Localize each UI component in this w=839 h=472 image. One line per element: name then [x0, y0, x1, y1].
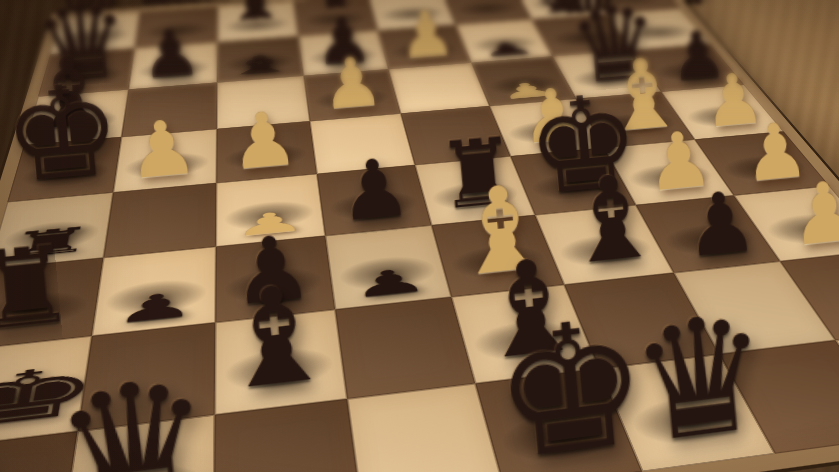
square-b6 — [122, 83, 218, 137]
square-c5: ♟ — [216, 121, 317, 183]
square-d6: ♟ — [304, 69, 401, 121]
square-e2: ♝ — [451, 285, 599, 384]
square-e1: ♚ — [475, 369, 642, 472]
square-b5: ♟ — [113, 129, 217, 192]
square-c6 — [217, 76, 310, 129]
light-pawn-h3: ♟ — [770, 166, 839, 259]
square-h3: ♟ — [734, 186, 839, 261]
square-c3: ♟ — [215, 236, 335, 323]
square-c1 — [214, 399, 362, 472]
dark-pawn-a1: ♟ — [0, 432, 62, 472]
light-pawn-c4: ♟ — [216, 204, 325, 243]
dark-pawn-d3: ♟ — [330, 260, 450, 305]
square-h6: ♟ — [632, 44, 744, 92]
square-c4: ♟ — [216, 174, 325, 247]
square-d4: ♟ — [317, 165, 432, 236]
square-b2 — [78, 323, 216, 432]
square-f5: ♟ — [490, 99, 604, 157]
dark-pawn-c3: ♟ — [208, 219, 335, 320]
dark-pawn-b3: ♟ — [93, 284, 216, 332]
square-d2 — [335, 297, 475, 399]
square-c7: ♝ — [217, 36, 304, 82]
dark-bishop-c7: ♝ — [217, 50, 303, 80]
square-d5 — [310, 114, 415, 174]
dark-king-b8: ♚ — [126, 0, 217, 49]
square-d7: ♟ — [298, 30, 388, 75]
dark-king-a2: ♚ — [0, 356, 89, 442]
light-pawn-f6: ♟ — [480, 77, 575, 103]
square-d3: ♟ — [325, 225, 451, 309]
dark-rook-g8: ♜ — [521, 0, 605, 17]
square-b3: ♟ — [92, 247, 216, 336]
square-a6: ♝ — [24, 89, 129, 145]
chess-board: ♛♚♟♟♟♞♜♟♛♟♝♟♟♟♛♚♝♟♟♛♟♚♟♟♟♝♟♜♟♟♜♚♟♟♜♟♟♟♝♝… — [0, 0, 839, 472]
square-c2: ♝ — [215, 310, 347, 415]
scene: ♛♚♟♟♟♞♜♟♛♟♝♟♟♟♛♚♝♟♟♛♟♚♟♟♟♝♟♜♟♟♜♚♟♟♜♟♟♟♝♝… — [0, 0, 839, 472]
square-b7: ♟ — [129, 42, 218, 89]
square-b4 — [104, 183, 217, 258]
square-a3: ♜ — [0, 258, 104, 350]
dark-pawn-c8: ♟ — [212, 0, 298, 42]
